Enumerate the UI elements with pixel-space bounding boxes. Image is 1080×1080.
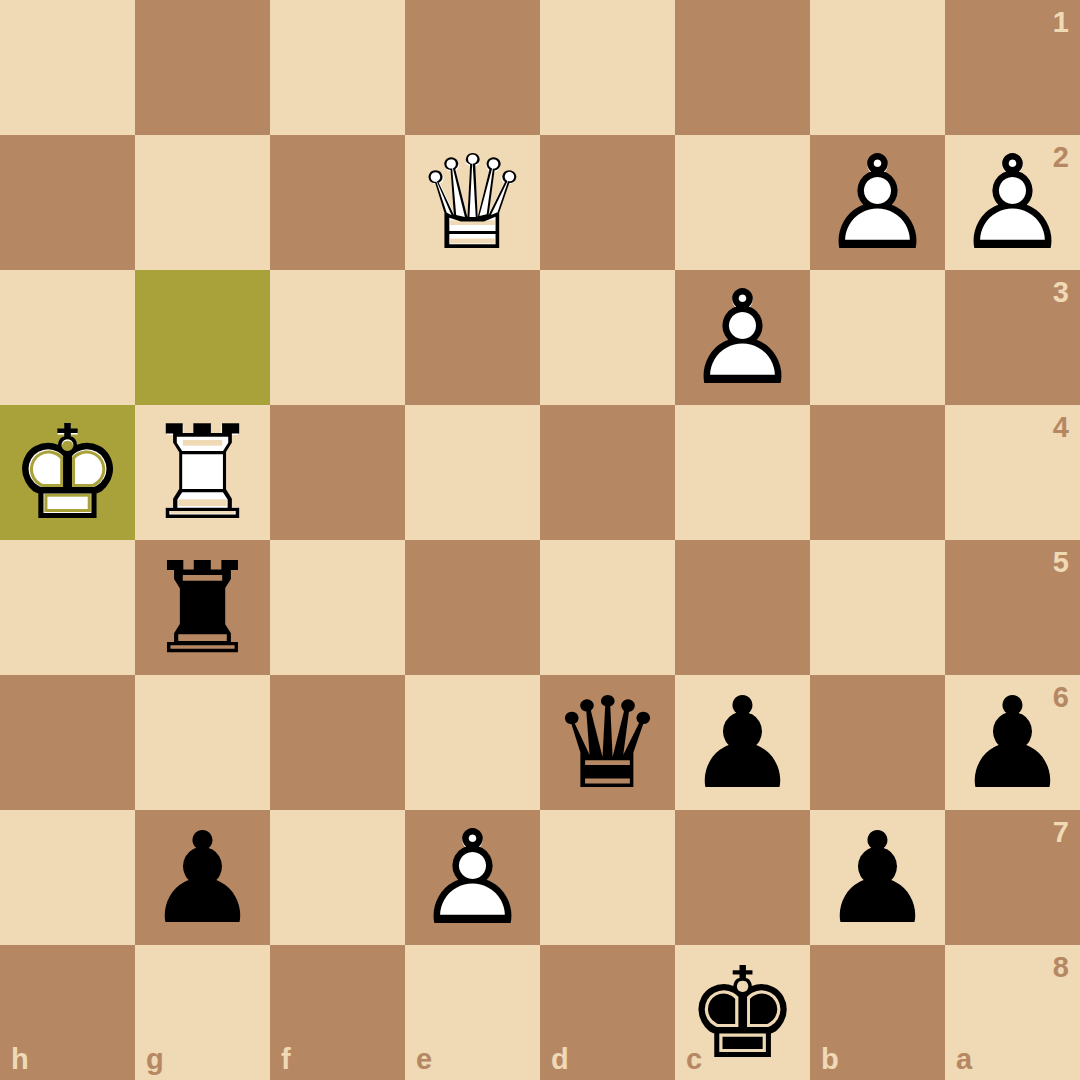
square-e4[interactable] [405, 405, 540, 540]
square-d3[interactable] [540, 270, 675, 405]
square-c7[interactable] [675, 810, 810, 945]
file-label-a: a [956, 1045, 972, 1074]
square-d7[interactable] [540, 810, 675, 945]
square-a3[interactable]: 3 [945, 270, 1080, 405]
square-a6[interactable]: ♟6 [945, 675, 1080, 810]
white-rook-outline-icon: ♖ [135, 405, 270, 540]
square-b7[interactable]: ♟ [810, 810, 945, 945]
square-b8[interactable]: b [810, 945, 945, 1080]
square-a4[interactable]: 4 [945, 405, 1080, 540]
piece-black-pawn[interactable]: ♟ [675, 675, 810, 810]
square-g3[interactable] [135, 270, 270, 405]
square-b1[interactable] [810, 0, 945, 135]
square-d6[interactable]: ♛ [540, 675, 675, 810]
rank-label-7: 7 [1053, 818, 1069, 847]
black-pawn-icon: ♟ [677, 677, 808, 808]
square-d4[interactable] [540, 405, 675, 540]
square-b5[interactable] [810, 540, 945, 675]
square-b3[interactable] [810, 270, 945, 405]
square-e7[interactable]: ♟♙ [405, 810, 540, 945]
piece-white-pawn[interactable]: ♟♙ [675, 270, 810, 405]
rank-label-4: 4 [1053, 413, 1069, 442]
square-e6[interactable] [405, 675, 540, 810]
white-pawn-outline-icon: ♙ [810, 135, 945, 270]
square-b2[interactable]: ♟♙ [810, 135, 945, 270]
square-d2[interactable] [540, 135, 675, 270]
rank-label-2: 2 [1053, 143, 1069, 172]
piece-white-pawn[interactable]: ♟♙ [810, 135, 945, 270]
square-h7[interactable] [0, 810, 135, 945]
square-f3[interactable] [270, 270, 405, 405]
square-d1[interactable] [540, 0, 675, 135]
file-label-d: d [551, 1045, 569, 1074]
piece-white-pawn[interactable]: ♟♙ [405, 810, 540, 945]
piece-black-rook[interactable]: ♜ [135, 540, 270, 675]
rank-label-3: 3 [1053, 278, 1069, 307]
piece-white-king[interactable]: ♚♔ [0, 405, 135, 540]
white-pawn-outline-icon: ♙ [675, 270, 810, 405]
square-h2[interactable] [0, 135, 135, 270]
piece-black-queen[interactable]: ♛ [540, 675, 675, 810]
square-f7[interactable] [270, 810, 405, 945]
square-d5[interactable] [540, 540, 675, 675]
piece-white-queen[interactable]: ♛♕ [405, 135, 540, 270]
square-b6[interactable] [810, 675, 945, 810]
square-b4[interactable] [810, 405, 945, 540]
file-label-b: b [821, 1045, 839, 1074]
rank-label-1: 1 [1053, 8, 1069, 37]
square-c4[interactable] [675, 405, 810, 540]
square-e3[interactable] [405, 270, 540, 405]
piece-black-pawn[interactable]: ♟ [810, 810, 945, 945]
square-e1[interactable] [405, 0, 540, 135]
square-h6[interactable] [0, 675, 135, 810]
rank-label-8: 8 [1053, 953, 1069, 982]
square-f6[interactable] [270, 675, 405, 810]
white-king-outline-icon: ♔ [0, 405, 135, 540]
file-label-f: f [281, 1045, 291, 1074]
square-g6[interactable] [135, 675, 270, 810]
square-a1[interactable]: 1 [945, 0, 1080, 135]
square-e2[interactable]: ♛♕ [405, 135, 540, 270]
square-c6[interactable]: ♟ [675, 675, 810, 810]
black-rook-icon: ♜ [137, 542, 268, 673]
square-c5[interactable] [675, 540, 810, 675]
square-f2[interactable] [270, 135, 405, 270]
square-g7[interactable]: ♟ [135, 810, 270, 945]
square-a7[interactable]: 7 [945, 810, 1080, 945]
square-h4[interactable]: ♚♔ [0, 405, 135, 540]
square-h5[interactable] [0, 540, 135, 675]
chess-board: 1♛♕♟♙♟♙2♟♙3♚♔♜♖4♜5♛♟♟6♟♟♙♟7hgfed♚cb8a [0, 0, 1080, 1080]
black-pawn-icon: ♟ [812, 812, 943, 943]
file-label-g: g [146, 1045, 164, 1074]
square-g2[interactable] [135, 135, 270, 270]
square-g1[interactable] [135, 0, 270, 135]
rank-label-5: 5 [1053, 548, 1069, 577]
square-c2[interactable] [675, 135, 810, 270]
square-a8[interactable]: 8a [945, 945, 1080, 1080]
square-g8[interactable]: g [135, 945, 270, 1080]
square-d8[interactable]: d [540, 945, 675, 1080]
black-queen-icon: ♛ [542, 677, 673, 808]
square-f5[interactable] [270, 540, 405, 675]
piece-black-pawn[interactable]: ♟ [135, 810, 270, 945]
square-c8[interactable]: ♚c [675, 945, 810, 1080]
white-pawn-outline-icon: ♙ [405, 810, 540, 945]
piece-white-rook[interactable]: ♜♖ [135, 405, 270, 540]
file-label-c: c [686, 1045, 702, 1074]
square-h1[interactable] [0, 0, 135, 135]
square-h8[interactable]: h [0, 945, 135, 1080]
square-f4[interactable] [270, 405, 405, 540]
square-c3[interactable]: ♟♙ [675, 270, 810, 405]
square-e8[interactable]: e [405, 945, 540, 1080]
square-f8[interactable]: f [270, 945, 405, 1080]
file-label-h: h [11, 1045, 29, 1074]
square-a2[interactable]: ♟♙2 [945, 135, 1080, 270]
black-pawn-icon: ♟ [137, 812, 268, 943]
rank-label-6: 6 [1053, 683, 1069, 712]
square-g4[interactable]: ♜♖ [135, 405, 270, 540]
square-a5[interactable]: 5 [945, 540, 1080, 675]
square-e5[interactable] [405, 540, 540, 675]
square-h3[interactable] [0, 270, 135, 405]
square-g5[interactable]: ♜ [135, 540, 270, 675]
square-f1[interactable] [270, 0, 405, 135]
white-queen-outline-icon: ♕ [405, 135, 540, 270]
square-c1[interactable] [675, 0, 810, 135]
file-label-e: e [416, 1045, 432, 1074]
